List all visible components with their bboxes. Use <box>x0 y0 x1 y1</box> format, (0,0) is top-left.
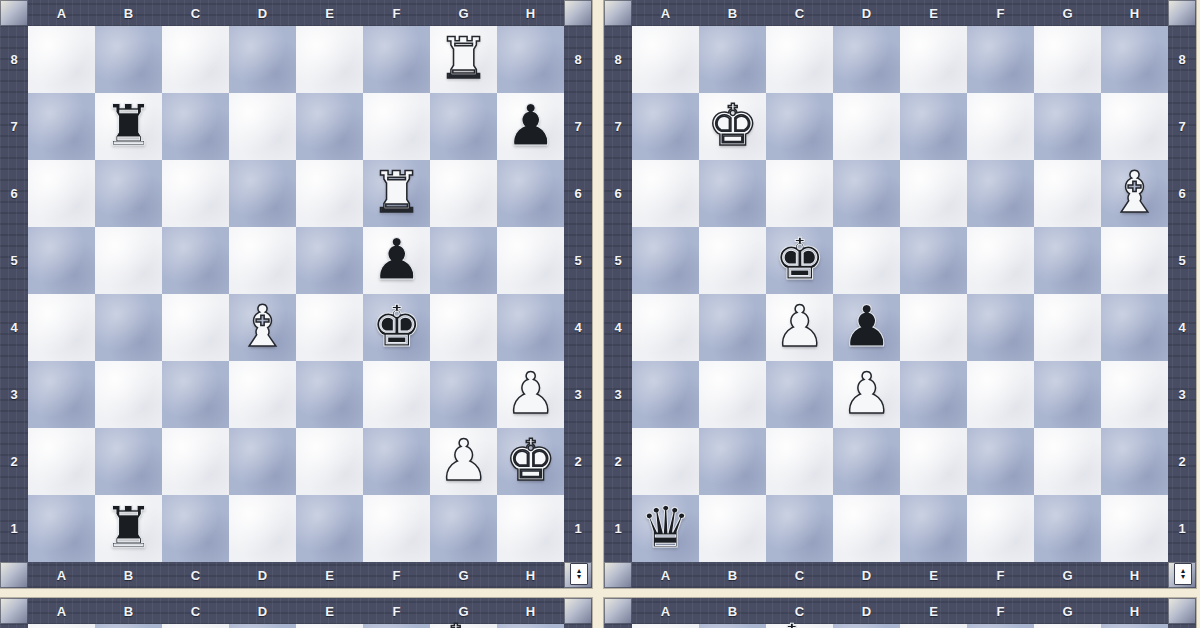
square-f7[interactable] <box>967 93 1034 160</box>
square-c8[interactable] <box>162 26 229 93</box>
square-e8[interactable] <box>900 26 967 93</box>
square-g8[interactable] <box>1034 26 1101 93</box>
black-rook[interactable]: ♜ <box>103 97 154 154</box>
square-b1[interactable] <box>699 495 766 562</box>
frame-corner <box>0 0 28 26</box>
rank-label-1: 1 <box>604 495 632 562</box>
rank-label-2: 2 <box>1168 428 1196 495</box>
square-h7[interactable] <box>1101 93 1168 160</box>
square-g2[interactable]: ♟ <box>430 428 497 495</box>
rank-label-8: 8 <box>604 624 632 628</box>
file-label-h: H <box>497 562 564 588</box>
square-g6[interactable] <box>1034 160 1101 227</box>
square-f1[interactable] <box>363 495 430 562</box>
rank-label-8: 8 <box>1168 26 1196 93</box>
square-g6[interactable] <box>430 160 497 227</box>
square-h6[interactable] <box>497 160 564 227</box>
file-label-c: C <box>162 0 229 26</box>
file-label-f: F <box>967 562 1034 588</box>
square-a4[interactable] <box>28 294 95 361</box>
square-c2[interactable] <box>766 428 833 495</box>
file-label-a: A <box>632 562 699 588</box>
square-e7[interactable] <box>296 93 363 160</box>
square-g8[interactable]: ♜ <box>430 26 497 93</box>
rank-label-7: 7 <box>1168 93 1196 160</box>
rank-label-7: 7 <box>604 93 632 160</box>
square-h8[interactable] <box>497 26 564 93</box>
rank-label-8: 8 <box>604 26 632 93</box>
square-a8[interactable] <box>28 26 95 93</box>
white-bishop[interactable]: ♝ <box>237 298 288 355</box>
file-label-h: H <box>497 0 564 26</box>
black-queen[interactable]: ♛ <box>640 499 691 556</box>
square-a5[interactable] <box>28 227 95 294</box>
chess-diagram-sheet: ABCDEFGH8♜87♜♟76♜65♟54♝♚43♟32♟♚21♜1ABCDE… <box>0 0 1200 628</box>
square-c3[interactable] <box>766 361 833 428</box>
square-f8[interactable] <box>363 624 430 628</box>
frame-corner <box>0 598 28 624</box>
frame-corner: ▴▾ <box>1168 562 1196 588</box>
square-h1[interactable] <box>1101 495 1168 562</box>
square-b2[interactable] <box>95 428 162 495</box>
square-b8[interactable] <box>699 26 766 93</box>
square-e6[interactable] <box>296 160 363 227</box>
square-c8[interactable] <box>162 624 229 628</box>
square-a4[interactable] <box>632 294 699 361</box>
square-e6[interactable] <box>900 160 967 227</box>
square-b3[interactable] <box>699 361 766 428</box>
file-label-d: D <box>229 598 296 624</box>
white-pawn[interactable]: ♟ <box>505 365 556 422</box>
square-a8[interactable] <box>28 624 95 628</box>
square-h5[interactable] <box>497 227 564 294</box>
file-label-a: A <box>28 562 95 588</box>
rank-label-8: 8 <box>1168 624 1196 628</box>
square-c8[interactable]: ♚ <box>766 624 833 628</box>
rank-label-4: 4 <box>564 294 592 361</box>
square-f8[interactable] <box>363 26 430 93</box>
file-label-f: F <box>363 598 430 624</box>
square-c5[interactable] <box>162 227 229 294</box>
square-d3[interactable] <box>229 361 296 428</box>
frame-corner <box>1168 598 1196 624</box>
square-f8[interactable] <box>967 624 1034 628</box>
rank-label-7: 7 <box>0 93 28 160</box>
file-label-b: B <box>699 598 766 624</box>
square-g5[interactable] <box>430 227 497 294</box>
square-h4[interactable] <box>1101 294 1168 361</box>
rank-label-2: 2 <box>0 428 28 495</box>
square-e3[interactable] <box>900 361 967 428</box>
square-h1[interactable] <box>497 495 564 562</box>
square-c7[interactable] <box>766 93 833 160</box>
rank-label-5: 5 <box>0 227 28 294</box>
white-rook[interactable]: ♜ <box>438 30 489 87</box>
square-f1[interactable] <box>967 495 1034 562</box>
square-e5[interactable] <box>900 227 967 294</box>
square-h5[interactable] <box>1101 227 1168 294</box>
square-g5[interactable] <box>1034 227 1101 294</box>
square-f6[interactable] <box>967 160 1034 227</box>
square-d3[interactable]: ♟ <box>833 361 900 428</box>
file-label-a: A <box>632 0 699 26</box>
file-label-b: B <box>699 562 766 588</box>
file-label-d: D <box>229 0 296 26</box>
square-a7[interactable] <box>632 93 699 160</box>
square-d2[interactable] <box>229 428 296 495</box>
square-d5[interactable] <box>229 227 296 294</box>
frame-corner <box>604 0 632 26</box>
rank-label-2: 2 <box>604 428 632 495</box>
square-e7[interactable] <box>900 93 967 160</box>
square-e1[interactable] <box>900 495 967 562</box>
square-c1[interactable] <box>766 495 833 562</box>
square-b6[interactable] <box>699 160 766 227</box>
file-label-a: A <box>28 0 95 26</box>
rank-label-6: 6 <box>1168 160 1196 227</box>
square-h2[interactable]: ♚ <box>497 428 564 495</box>
square-h4[interactable] <box>497 294 564 361</box>
square-c7[interactable] <box>162 93 229 160</box>
black-pawn[interactable]: ♟ <box>505 97 556 154</box>
file-label-e: E <box>900 562 967 588</box>
top-right-board: ABCDEFGH887♚76♝65♚54♟♟43♟3221♛1ABCDEFGH▴… <box>604 0 1196 588</box>
square-b8[interactable] <box>699 624 766 628</box>
file-label-g: G <box>1034 598 1101 624</box>
file-label-e: E <box>296 562 363 588</box>
file-label-d: D <box>833 598 900 624</box>
spinner-down-icon: ▾ <box>1181 574 1185 580</box>
rank-label-2: 2 <box>564 428 592 495</box>
square-e8[interactable] <box>296 624 363 628</box>
square-d5[interactable] <box>833 227 900 294</box>
rank-label-8: 8 <box>564 26 592 93</box>
white-king[interactable]: ♚ <box>707 97 758 154</box>
file-label-d: D <box>229 562 296 588</box>
square-b7[interactable]: ♚ <box>699 93 766 160</box>
top-left-board: ABCDEFGH8♜87♜♟76♜65♟54♝♚43♟32♟♚21♜1ABCDE… <box>0 0 592 588</box>
square-d7[interactable] <box>229 93 296 160</box>
square-c6[interactable] <box>766 160 833 227</box>
square-f4[interactable]: ♚ <box>363 294 430 361</box>
file-label-a: A <box>632 598 699 624</box>
frame-corner <box>564 0 592 26</box>
square-e2[interactable] <box>900 428 967 495</box>
square-b8[interactable] <box>95 624 162 628</box>
square-e3[interactable] <box>296 361 363 428</box>
square-f8[interactable] <box>967 26 1034 93</box>
square-b3[interactable] <box>95 361 162 428</box>
square-c2[interactable] <box>162 428 229 495</box>
frame-corner <box>604 598 632 624</box>
file-label-d: D <box>833 0 900 26</box>
rank-label-7: 7 <box>564 93 592 160</box>
file-label-g: G <box>430 562 497 588</box>
black-pawn[interactable]: ♟ <box>841 298 892 355</box>
white-rook[interactable]: ♜ <box>371 164 422 221</box>
square-d8[interactable] <box>229 624 296 628</box>
white-pawn[interactable]: ♟ <box>774 298 825 355</box>
square-e4[interactable] <box>296 294 363 361</box>
square-g4[interactable] <box>1034 294 1101 361</box>
square-a7[interactable] <box>28 93 95 160</box>
square-b1[interactable]: ♜ <box>95 495 162 562</box>
white-king[interactable]: ♚ <box>505 432 556 489</box>
file-label-c: C <box>766 0 833 26</box>
square-b4[interactable] <box>95 294 162 361</box>
square-d7[interactable] <box>833 93 900 160</box>
square-e8[interactable] <box>296 26 363 93</box>
file-label-f: F <box>967 0 1034 26</box>
file-label-b: B <box>95 0 162 26</box>
board-scroll-spinner-button[interactable]: ▴▾ <box>570 563 588 585</box>
white-bishop[interactable]: ♝ <box>1109 164 1160 221</box>
rank-label-8: 8 <box>564 624 592 628</box>
file-label-h: H <box>1101 598 1168 624</box>
file-label-d: D <box>833 562 900 588</box>
square-b6[interactable] <box>95 160 162 227</box>
square-a8[interactable] <box>632 624 699 628</box>
rank-label-5: 5 <box>564 227 592 294</box>
frame-corner <box>564 598 592 624</box>
square-f5[interactable]: ♟ <box>363 227 430 294</box>
square-c6[interactable] <box>162 160 229 227</box>
square-a6[interactable] <box>632 160 699 227</box>
file-label-h: H <box>497 598 564 624</box>
square-d4[interactable]: ♟ <box>833 294 900 361</box>
black-king[interactable]: ♚ <box>371 298 422 355</box>
square-h3[interactable]: ♟ <box>497 361 564 428</box>
frame-corner: ▴▾ <box>564 562 592 588</box>
square-h8[interactable] <box>1101 624 1168 628</box>
frame-corner <box>1168 0 1196 26</box>
file-label-g: G <box>430 0 497 26</box>
square-a3[interactable] <box>28 361 95 428</box>
rank-label-8: 8 <box>0 26 28 93</box>
file-label-c: C <box>766 562 833 588</box>
rank-label-4: 4 <box>0 294 28 361</box>
square-h2[interactable] <box>1101 428 1168 495</box>
rank-label-3: 3 <box>0 361 28 428</box>
square-h6[interactable]: ♝ <box>1101 160 1168 227</box>
square-d4[interactable]: ♝ <box>229 294 296 361</box>
black-rook[interactable]: ♜ <box>103 499 154 556</box>
rank-label-3: 3 <box>564 361 592 428</box>
white-pawn[interactable]: ♟ <box>841 365 892 422</box>
square-e4[interactable] <box>900 294 967 361</box>
square-h7[interactable]: ♟ <box>497 93 564 160</box>
square-b7[interactable]: ♜ <box>95 93 162 160</box>
bottom-left-board: ABCDEFGH8♚877665544332211ABCDEFGH▴▾ <box>0 598 592 628</box>
square-f5[interactable] <box>967 227 1034 294</box>
rank-label-4: 4 <box>1168 294 1196 361</box>
rank-label-1: 1 <box>1168 495 1196 562</box>
square-c1[interactable] <box>162 495 229 562</box>
square-g2[interactable] <box>1034 428 1101 495</box>
rank-label-5: 5 <box>1168 227 1196 294</box>
square-c8[interactable] <box>766 26 833 93</box>
square-g3[interactable] <box>430 361 497 428</box>
square-a5[interactable] <box>632 227 699 294</box>
rank-label-1: 1 <box>564 495 592 562</box>
square-h8[interactable] <box>1101 26 1168 93</box>
square-h8[interactable] <box>497 624 564 628</box>
white-pawn[interactable]: ♟ <box>438 432 489 489</box>
square-a8[interactable] <box>632 26 699 93</box>
file-label-e: E <box>900 598 967 624</box>
black-pawn[interactable]: ♟ <box>371 231 422 288</box>
square-d1[interactable] <box>229 495 296 562</box>
square-d6[interactable] <box>229 160 296 227</box>
square-d1[interactable] <box>833 495 900 562</box>
frame-corner <box>604 562 632 588</box>
square-e5[interactable] <box>296 227 363 294</box>
square-g3[interactable] <box>1034 361 1101 428</box>
square-a2[interactable] <box>28 428 95 495</box>
rank-label-6: 6 <box>564 160 592 227</box>
square-f3[interactable] <box>363 361 430 428</box>
square-e8[interactable] <box>900 624 967 628</box>
square-a1[interactable]: ♛ <box>632 495 699 562</box>
file-label-e: E <box>296 0 363 26</box>
square-f7[interactable] <box>363 93 430 160</box>
square-a6[interactable] <box>28 160 95 227</box>
file-label-e: E <box>900 0 967 26</box>
square-f2[interactable] <box>967 428 1034 495</box>
file-label-a: A <box>28 598 95 624</box>
square-b5[interactable] <box>699 227 766 294</box>
square-g1[interactable] <box>1034 495 1101 562</box>
rank-label-6: 6 <box>0 160 28 227</box>
square-g8[interactable]: ♚ <box>430 624 497 628</box>
square-d2[interactable] <box>833 428 900 495</box>
spinner-down-icon: ▾ <box>577 574 581 580</box>
file-label-f: F <box>967 598 1034 624</box>
square-b4[interactable] <box>699 294 766 361</box>
square-c4[interactable] <box>162 294 229 361</box>
file-label-f: F <box>363 562 430 588</box>
square-g1[interactable] <box>430 495 497 562</box>
square-f4[interactable] <box>967 294 1034 361</box>
square-b5[interactable] <box>95 227 162 294</box>
file-label-h: H <box>1101 0 1168 26</box>
square-f2[interactable] <box>363 428 430 495</box>
file-label-b: B <box>95 562 162 588</box>
file-label-b: B <box>699 0 766 26</box>
square-d8[interactable] <box>229 26 296 93</box>
rank-label-4: 4 <box>604 294 632 361</box>
board-scroll-spinner-button[interactable]: ▴▾ <box>1174 563 1192 585</box>
file-label-h: H <box>1101 562 1168 588</box>
rank-label-1: 1 <box>0 495 28 562</box>
file-label-c: C <box>162 598 229 624</box>
square-f3[interactable] <box>967 361 1034 428</box>
square-a2[interactable] <box>632 428 699 495</box>
square-g7[interactable] <box>430 93 497 160</box>
file-label-g: G <box>1034 0 1101 26</box>
square-d6[interactable] <box>833 160 900 227</box>
square-f6[interactable]: ♜ <box>363 160 430 227</box>
square-d8[interactable] <box>833 624 900 628</box>
square-e2[interactable] <box>296 428 363 495</box>
square-c3[interactable] <box>162 361 229 428</box>
black-king[interactable]: ♚ <box>766 617 833 628</box>
rank-label-5: 5 <box>604 227 632 294</box>
square-a1[interactable] <box>28 495 95 562</box>
square-a3[interactable] <box>632 361 699 428</box>
square-d8[interactable] <box>833 26 900 93</box>
square-c5[interactable]: ♚ <box>766 227 833 294</box>
file-label-g: G <box>1034 562 1101 588</box>
square-g7[interactable] <box>1034 93 1101 160</box>
file-label-e: E <box>296 598 363 624</box>
square-g8[interactable] <box>1034 624 1101 628</box>
frame-corner <box>0 562 28 588</box>
file-label-f: F <box>363 0 430 26</box>
square-h3[interactable] <box>1101 361 1168 428</box>
file-label-b: B <box>95 598 162 624</box>
file-label-c: C <box>162 562 229 588</box>
black-king[interactable]: ♚ <box>774 231 825 288</box>
square-b2[interactable] <box>699 428 766 495</box>
square-b8[interactable] <box>95 26 162 93</box>
square-e1[interactable] <box>296 495 363 562</box>
bottom-right-board: ABCDEFGH8♚877665544332211ABCDEFGH▴▾ <box>604 598 1196 628</box>
rank-label-8: 8 <box>0 624 28 628</box>
rank-label-3: 3 <box>1168 361 1196 428</box>
white-king[interactable]: ♚ <box>430 617 497 628</box>
square-c4[interactable]: ♟ <box>766 294 833 361</box>
square-g4[interactable] <box>430 294 497 361</box>
rank-label-3: 3 <box>604 361 632 428</box>
rank-label-6: 6 <box>604 160 632 227</box>
